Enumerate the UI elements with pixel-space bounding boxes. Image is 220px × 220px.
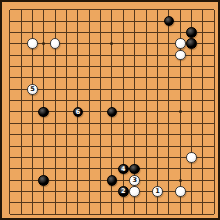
- intersection-H16[interactable]: [84, 38, 95, 49]
- intersection-S3[interactable]: [197, 186, 208, 197]
- intersection-J8[interactable]: [95, 129, 106, 140]
- intersection-R8[interactable]: [186, 129, 197, 140]
- intersection-E19[interactable]: [49, 4, 60, 15]
- intersection-R15[interactable]: [186, 49, 197, 60]
- intersection-M10[interactable]: [129, 106, 140, 117]
- intersection-G19[interactable]: [72, 4, 83, 15]
- intersection-R9[interactable]: [186, 118, 197, 129]
- intersection-D12[interactable]: [38, 84, 49, 95]
- intersection-A11[interactable]: [4, 95, 15, 106]
- intersection-B19[interactable]: [15, 4, 26, 15]
- intersection-R12[interactable]: [186, 84, 197, 95]
- intersection-O2[interactable]: [152, 197, 163, 208]
- intersection-T6[interactable]: [209, 152, 220, 163]
- intersection-B12[interactable]: [15, 84, 26, 95]
- intersection-K3[interactable]: [106, 186, 117, 197]
- intersection-O16[interactable]: [152, 38, 163, 49]
- intersection-P15[interactable]: [163, 49, 174, 60]
- intersection-O9[interactable]: [152, 118, 163, 129]
- intersection-K17[interactable]: [106, 27, 117, 38]
- intersection-G14[interactable]: [72, 61, 83, 72]
- intersection-F9[interactable]: [61, 118, 72, 129]
- intersection-T10[interactable]: [209, 106, 220, 117]
- intersection-B17[interactable]: [15, 27, 26, 38]
- intersection-R3[interactable]: [186, 186, 197, 197]
- intersection-G8[interactable]: [72, 129, 83, 140]
- intersection-R16[interactable]: [186, 38, 197, 49]
- intersection-D9[interactable]: [38, 118, 49, 129]
- intersection-L13[interactable]: [118, 72, 129, 83]
- intersection-B5[interactable]: [15, 163, 26, 174]
- intersection-L7[interactable]: [118, 140, 129, 151]
- intersection-H15[interactable]: [84, 49, 95, 60]
- intersection-R17[interactable]: [186, 27, 197, 38]
- intersection-N13[interactable]: [140, 72, 151, 83]
- intersection-T14[interactable]: [209, 61, 220, 72]
- intersection-A15[interactable]: [4, 49, 15, 60]
- intersection-D6[interactable]: [38, 152, 49, 163]
- intersection-M1[interactable]: [129, 209, 140, 220]
- intersection-N12[interactable]: [140, 84, 151, 95]
- intersection-O5[interactable]: [152, 163, 163, 174]
- intersection-Q2[interactable]: [175, 197, 186, 208]
- intersection-T5[interactable]: [209, 163, 220, 174]
- intersection-B13[interactable]: [15, 72, 26, 83]
- intersection-D17[interactable]: [38, 27, 49, 38]
- intersection-Q6[interactable]: [175, 152, 186, 163]
- intersection-S16[interactable]: [197, 38, 208, 49]
- intersection-T17[interactable]: [209, 27, 220, 38]
- intersection-B2[interactable]: [15, 197, 26, 208]
- intersection-J3[interactable]: [95, 186, 106, 197]
- intersection-A8[interactable]: [4, 129, 15, 140]
- intersection-N9[interactable]: [140, 118, 151, 129]
- intersection-P8[interactable]: [163, 129, 174, 140]
- intersection-P11[interactable]: [163, 95, 174, 106]
- intersection-H12[interactable]: [84, 84, 95, 95]
- intersection-E14[interactable]: [49, 61, 60, 72]
- intersection-D8[interactable]: [38, 129, 49, 140]
- intersection-H6[interactable]: [84, 152, 95, 163]
- intersection-K2[interactable]: [106, 197, 117, 208]
- intersection-J7[interactable]: [95, 140, 106, 151]
- intersection-J16[interactable]: [95, 38, 106, 49]
- intersection-J18[interactable]: [95, 15, 106, 26]
- intersection-Q4[interactable]: [175, 175, 186, 186]
- intersection-M13[interactable]: [129, 72, 140, 83]
- intersection-O6[interactable]: [152, 152, 163, 163]
- intersection-S5[interactable]: [197, 163, 208, 174]
- intersection-O14[interactable]: [152, 61, 163, 72]
- intersection-L5[interactable]: 4: [118, 163, 129, 174]
- intersection-A6[interactable]: [4, 152, 15, 163]
- intersection-P13[interactable]: [163, 72, 174, 83]
- intersection-Q11[interactable]: [175, 95, 186, 106]
- intersection-M8[interactable]: [129, 129, 140, 140]
- intersection-C1[interactable]: [27, 209, 38, 220]
- intersection-O13[interactable]: [152, 72, 163, 83]
- intersection-N7[interactable]: [140, 140, 151, 151]
- intersection-S15[interactable]: [197, 49, 208, 60]
- intersection-C19[interactable]: [27, 4, 38, 15]
- intersection-M7[interactable]: [129, 140, 140, 151]
- intersection-C12[interactable]: 5: [27, 84, 38, 95]
- intersection-F8[interactable]: [61, 129, 72, 140]
- intersection-G7[interactable]: [72, 140, 83, 151]
- intersection-S6[interactable]: [197, 152, 208, 163]
- intersection-D19[interactable]: [38, 4, 49, 15]
- intersection-R5[interactable]: [186, 163, 197, 174]
- intersection-D2[interactable]: [38, 197, 49, 208]
- intersection-T4[interactable]: [209, 175, 220, 186]
- intersection-F10[interactable]: [61, 106, 72, 117]
- intersection-S10[interactable]: [197, 106, 208, 117]
- intersection-G13[interactable]: [72, 72, 83, 83]
- intersection-M17[interactable]: [129, 27, 140, 38]
- intersection-T15[interactable]: [209, 49, 220, 60]
- intersection-H14[interactable]: [84, 61, 95, 72]
- intersection-T16[interactable]: [209, 38, 220, 49]
- intersection-M4[interactable]: 3: [129, 175, 140, 186]
- intersection-F4[interactable]: [61, 175, 72, 186]
- intersection-H13[interactable]: [84, 72, 95, 83]
- intersection-C15[interactable]: [27, 49, 38, 60]
- intersection-O18[interactable]: [152, 15, 163, 26]
- intersection-K9[interactable]: [106, 118, 117, 129]
- intersection-B9[interactable]: [15, 118, 26, 129]
- intersection-F15[interactable]: [61, 49, 72, 60]
- intersection-N10[interactable]: [140, 106, 151, 117]
- intersection-B7[interactable]: [15, 140, 26, 151]
- intersection-O10[interactable]: [152, 106, 163, 117]
- intersection-T7[interactable]: [209, 140, 220, 151]
- intersection-B1[interactable]: [15, 209, 26, 220]
- intersection-P3[interactable]: [163, 186, 174, 197]
- intersection-R6[interactable]: [186, 152, 197, 163]
- intersection-J19[interactable]: [95, 4, 106, 15]
- intersection-D15[interactable]: [38, 49, 49, 60]
- intersection-G4[interactable]: [72, 175, 83, 186]
- intersection-B16[interactable]: [15, 38, 26, 49]
- intersection-Q14[interactable]: [175, 61, 186, 72]
- intersection-N1[interactable]: [140, 209, 151, 220]
- intersection-C4[interactable]: [27, 175, 38, 186]
- intersection-K15[interactable]: [106, 49, 117, 60]
- intersection-J12[interactable]: [95, 84, 106, 95]
- intersection-K18[interactable]: [106, 15, 117, 26]
- intersection-L2[interactable]: [118, 197, 129, 208]
- intersection-A3[interactable]: [4, 186, 15, 197]
- intersection-Q1[interactable]: [175, 209, 186, 220]
- intersection-C10[interactable]: [27, 106, 38, 117]
- intersection-Q18[interactable]: [175, 15, 186, 26]
- intersection-A19[interactable]: [4, 4, 15, 15]
- intersection-J5[interactable]: [95, 163, 106, 174]
- intersection-A13[interactable]: [4, 72, 15, 83]
- intersection-B3[interactable]: [15, 186, 26, 197]
- intersection-F2[interactable]: [61, 197, 72, 208]
- intersection-N18[interactable]: [140, 15, 151, 26]
- intersection-L12[interactable]: [118, 84, 129, 95]
- intersection-M3[interactable]: [129, 186, 140, 197]
- intersection-C11[interactable]: [27, 95, 38, 106]
- intersection-P17[interactable]: [163, 27, 174, 38]
- intersection-G6[interactable]: [72, 152, 83, 163]
- intersection-H1[interactable]: [84, 209, 95, 220]
- intersection-L8[interactable]: [118, 129, 129, 140]
- intersection-F11[interactable]: [61, 95, 72, 106]
- intersection-C18[interactable]: [27, 15, 38, 26]
- intersection-G1[interactable]: [72, 209, 83, 220]
- intersection-L11[interactable]: [118, 95, 129, 106]
- intersection-J10[interactable]: [95, 106, 106, 117]
- intersection-E10[interactable]: [49, 106, 60, 117]
- intersection-L1[interactable]: [118, 209, 129, 220]
- intersection-E17[interactable]: [49, 27, 60, 38]
- intersection-T9[interactable]: [209, 118, 220, 129]
- intersection-G9[interactable]: [72, 118, 83, 129]
- intersection-R2[interactable]: [186, 197, 197, 208]
- intersection-J15[interactable]: [95, 49, 106, 60]
- intersection-A4[interactable]: [4, 175, 15, 186]
- intersection-D16[interactable]: [38, 38, 49, 49]
- intersection-Q8[interactable]: [175, 129, 186, 140]
- intersection-J6[interactable]: [95, 152, 106, 163]
- intersection-E1[interactable]: [49, 209, 60, 220]
- intersection-R18[interactable]: [186, 15, 197, 26]
- intersection-T18[interactable]: [209, 15, 220, 26]
- intersection-F16[interactable]: [61, 38, 72, 49]
- intersection-T13[interactable]: [209, 72, 220, 83]
- intersection-S2[interactable]: [197, 197, 208, 208]
- intersection-G17[interactable]: [72, 27, 83, 38]
- intersection-S14[interactable]: [197, 61, 208, 72]
- intersection-B8[interactable]: [15, 129, 26, 140]
- intersection-D13[interactable]: [38, 72, 49, 83]
- intersection-F7[interactable]: [61, 140, 72, 151]
- intersection-E16[interactable]: [49, 38, 60, 49]
- intersection-A5[interactable]: [4, 163, 15, 174]
- intersection-B11[interactable]: [15, 95, 26, 106]
- intersection-F3[interactable]: [61, 186, 72, 197]
- intersection-L4[interactable]: [118, 175, 129, 186]
- intersection-O17[interactable]: [152, 27, 163, 38]
- intersection-F18[interactable]: [61, 15, 72, 26]
- intersection-K4[interactable]: [106, 175, 117, 186]
- intersection-P4[interactable]: [163, 175, 174, 186]
- intersection-O19[interactable]: [152, 4, 163, 15]
- intersection-T8[interactable]: [209, 129, 220, 140]
- intersection-N8[interactable]: [140, 129, 151, 140]
- intersection-S19[interactable]: [197, 4, 208, 15]
- intersection-F19[interactable]: [61, 4, 72, 15]
- intersection-C6[interactable]: [27, 152, 38, 163]
- intersection-G12[interactable]: [72, 84, 83, 95]
- intersection-P19[interactable]: [163, 4, 174, 15]
- intersection-N15[interactable]: [140, 49, 151, 60]
- intersection-H19[interactable]: [84, 4, 95, 15]
- intersection-B4[interactable]: [15, 175, 26, 186]
- intersection-H5[interactable]: [84, 163, 95, 174]
- intersection-R7[interactable]: [186, 140, 197, 151]
- intersection-Q13[interactable]: [175, 72, 186, 83]
- intersection-F14[interactable]: [61, 61, 72, 72]
- intersection-S4[interactable]: [197, 175, 208, 186]
- intersection-F12[interactable]: [61, 84, 72, 95]
- intersection-K11[interactable]: [106, 95, 117, 106]
- intersection-K19[interactable]: [106, 4, 117, 15]
- intersection-D7[interactable]: [38, 140, 49, 151]
- intersection-F6[interactable]: [61, 152, 72, 163]
- intersection-T12[interactable]: [209, 84, 220, 95]
- intersection-G15[interactable]: [72, 49, 83, 60]
- intersection-O11[interactable]: [152, 95, 163, 106]
- intersection-B18[interactable]: [15, 15, 26, 26]
- intersection-D4[interactable]: [38, 175, 49, 186]
- intersection-N2[interactable]: [140, 197, 151, 208]
- intersection-M14[interactable]: [129, 61, 140, 72]
- intersection-A10[interactable]: [4, 106, 15, 117]
- intersection-M9[interactable]: [129, 118, 140, 129]
- intersection-R19[interactable]: [186, 4, 197, 15]
- intersection-E18[interactable]: [49, 15, 60, 26]
- intersection-S13[interactable]: [197, 72, 208, 83]
- intersection-C14[interactable]: [27, 61, 38, 72]
- intersection-G2[interactable]: [72, 197, 83, 208]
- intersection-D5[interactable]: [38, 163, 49, 174]
- intersection-G3[interactable]: [72, 186, 83, 197]
- intersection-E11[interactable]: [49, 95, 60, 106]
- intersection-T1[interactable]: [209, 209, 220, 220]
- intersection-J17[interactable]: [95, 27, 106, 38]
- intersection-C17[interactable]: [27, 27, 38, 38]
- intersection-R1[interactable]: [186, 209, 197, 220]
- intersection-F13[interactable]: [61, 72, 72, 83]
- intersection-R14[interactable]: [186, 61, 197, 72]
- intersection-K1[interactable]: [106, 209, 117, 220]
- intersection-R4[interactable]: [186, 175, 197, 186]
- intersection-L6[interactable]: [118, 152, 129, 163]
- intersection-G11[interactable]: [72, 95, 83, 106]
- intersection-F17[interactable]: [61, 27, 72, 38]
- intersection-Q17[interactable]: [175, 27, 186, 38]
- intersection-S8[interactable]: [197, 129, 208, 140]
- intersection-N5[interactable]: [140, 163, 151, 174]
- intersection-E6[interactable]: [49, 152, 60, 163]
- intersection-H2[interactable]: [84, 197, 95, 208]
- intersection-M2[interactable]: [129, 197, 140, 208]
- intersection-P18[interactable]: [163, 15, 174, 26]
- intersection-L18[interactable]: [118, 15, 129, 26]
- intersection-N11[interactable]: [140, 95, 151, 106]
- intersection-Q16[interactable]: [175, 38, 186, 49]
- intersection-N19[interactable]: [140, 4, 151, 15]
- intersection-G18[interactable]: [72, 15, 83, 26]
- intersection-S18[interactable]: [197, 15, 208, 26]
- intersection-L17[interactable]: [118, 27, 129, 38]
- intersection-A2[interactable]: [4, 197, 15, 208]
- intersection-T3[interactable]: [209, 186, 220, 197]
- intersection-K7[interactable]: [106, 140, 117, 151]
- intersection-N4[interactable]: [140, 175, 151, 186]
- intersection-E4[interactable]: [49, 175, 60, 186]
- intersection-S12[interactable]: [197, 84, 208, 95]
- intersection-G16[interactable]: [72, 38, 83, 49]
- intersection-H9[interactable]: [84, 118, 95, 129]
- intersection-A9[interactable]: [4, 118, 15, 129]
- intersection-L9[interactable]: [118, 118, 129, 129]
- intersection-K12[interactable]: [106, 84, 117, 95]
- intersection-M11[interactable]: [129, 95, 140, 106]
- intersection-O12[interactable]: [152, 84, 163, 95]
- intersection-M15[interactable]: [129, 49, 140, 60]
- intersection-S11[interactable]: [197, 95, 208, 106]
- intersection-Q15[interactable]: [175, 49, 186, 60]
- intersection-L16[interactable]: [118, 38, 129, 49]
- intersection-O4[interactable]: [152, 175, 163, 186]
- intersection-O3[interactable]: 1: [152, 186, 163, 197]
- intersection-L3[interactable]: 2: [118, 186, 129, 197]
- intersection-M12[interactable]: [129, 84, 140, 95]
- intersection-E7[interactable]: [49, 140, 60, 151]
- intersection-T19[interactable]: [209, 4, 220, 15]
- intersection-S7[interactable]: [197, 140, 208, 151]
- intersection-R13[interactable]: [186, 72, 197, 83]
- intersection-R10[interactable]: [186, 106, 197, 117]
- intersection-A17[interactable]: [4, 27, 15, 38]
- intersection-S1[interactable]: [197, 209, 208, 220]
- intersection-K5[interactable]: [106, 163, 117, 174]
- intersection-K8[interactable]: [106, 129, 117, 140]
- intersection-M18[interactable]: [129, 15, 140, 26]
- intersection-H10[interactable]: [84, 106, 95, 117]
- intersection-K16[interactable]: [106, 38, 117, 49]
- intersection-J9[interactable]: [95, 118, 106, 129]
- intersection-Q12[interactable]: [175, 84, 186, 95]
- intersection-A14[interactable]: [4, 61, 15, 72]
- intersection-S9[interactable]: [197, 118, 208, 129]
- intersection-A18[interactable]: [4, 15, 15, 26]
- intersection-N6[interactable]: [140, 152, 151, 163]
- intersection-Q7[interactable]: [175, 140, 186, 151]
- intersection-E2[interactable]: [49, 197, 60, 208]
- intersection-J4[interactable]: [95, 175, 106, 186]
- intersection-D10[interactable]: [38, 106, 49, 117]
- intersection-S17[interactable]: [197, 27, 208, 38]
- intersection-P7[interactable]: [163, 140, 174, 151]
- intersection-O8[interactable]: [152, 129, 163, 140]
- intersection-G10[interactable]: 6: [72, 106, 83, 117]
- intersection-P1[interactable]: [163, 209, 174, 220]
- intersection-N16[interactable]: [140, 38, 151, 49]
- intersection-P10[interactable]: [163, 106, 174, 117]
- intersection-E3[interactable]: [49, 186, 60, 197]
- intersection-J11[interactable]: [95, 95, 106, 106]
- intersection-A12[interactable]: [4, 84, 15, 95]
- intersection-H8[interactable]: [84, 129, 95, 140]
- intersection-N17[interactable]: [140, 27, 151, 38]
- intersection-G5[interactable]: [72, 163, 83, 174]
- intersection-P9[interactable]: [163, 118, 174, 129]
- intersection-M19[interactable]: [129, 4, 140, 15]
- intersection-D1[interactable]: [38, 209, 49, 220]
- intersection-Q5[interactable]: [175, 163, 186, 174]
- intersection-L19[interactable]: [118, 4, 129, 15]
- intersection-C5[interactable]: [27, 163, 38, 174]
- intersection-A1[interactable]: [4, 209, 15, 220]
- intersection-E12[interactable]: [49, 84, 60, 95]
- intersection-L10[interactable]: [118, 106, 129, 117]
